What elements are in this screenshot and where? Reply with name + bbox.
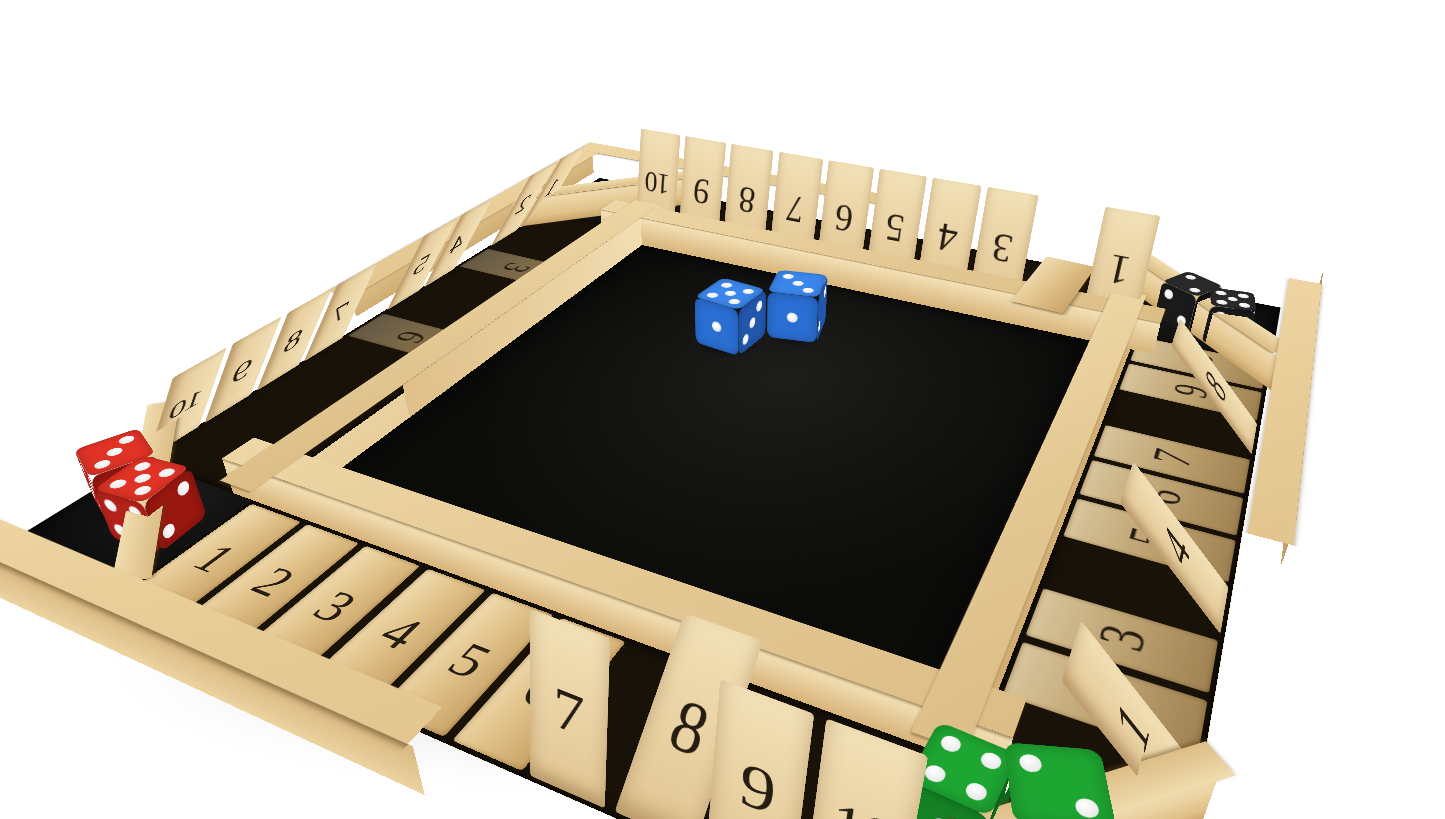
die-pip [156,468,177,478]
die-pip [756,299,762,314]
die-pip [964,781,989,803]
die-pip [801,287,814,293]
die-pip [1019,754,1043,773]
die-pip [1228,296,1238,301]
die-pip [106,446,124,457]
die-pip [1238,293,1248,298]
die-pip [107,479,129,490]
die-pip [818,318,820,333]
die-pip [939,734,963,754]
die-pip [791,280,804,286]
die-pip [824,284,826,299]
die-pip [743,332,749,347]
die-pip [162,522,176,541]
die-pip [719,282,735,289]
die-pip [93,459,111,470]
die-pip [726,298,742,305]
die-pip [103,499,118,513]
die-pip [740,288,756,295]
die-pip [132,473,153,484]
die-pip [923,763,948,784]
die-pip [1216,290,1226,295]
die-pip [787,312,798,323]
die-pip [749,315,755,330]
die-pip [782,273,795,279]
die-pip [132,485,154,496]
die-pip [1217,300,1227,305]
die-pip [1239,303,1250,309]
scene: 1234567891012345678910134567891012345678… [0,0,1445,819]
die-pip [132,461,153,471]
die-pip [1184,275,1197,281]
die-pip [1074,798,1100,819]
die-pip [723,290,739,297]
die-blue-2[interactable] [767,292,827,321]
die-pip [705,292,721,299]
die-pip [1164,289,1173,300]
die-pip [1188,287,1202,293]
die-pip [176,479,190,498]
die-pip [712,320,722,333]
die-face-south [767,292,818,343]
die-pip [979,750,1003,771]
die-blue-1[interactable] [695,300,766,334]
